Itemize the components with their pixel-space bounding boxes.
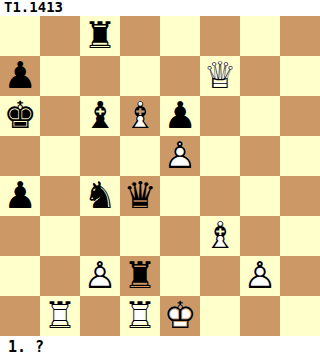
square-b8[interactable] — [40, 16, 80, 56]
piece-white-bishop: ♝♗ — [200, 216, 240, 256]
chess-board: ♜♟♛♕♚♝♝♗♟♟♙♟♞♛♝♗♟♙♜♟♙♜♖♜♖♚♔ — [0, 16, 320, 336]
square-a6[interactable]: ♚ — [0, 96, 40, 136]
square-h7[interactable] — [280, 56, 320, 96]
piece-black-pawn: ♟ — [160, 96, 200, 136]
square-a3[interactable] — [0, 216, 40, 256]
square-g3[interactable] — [240, 216, 280, 256]
square-b5[interactable] — [40, 136, 80, 176]
square-c7[interactable] — [80, 56, 120, 96]
square-d7[interactable] — [120, 56, 160, 96]
piece-white-queen: ♛♕ — [200, 56, 240, 96]
square-d5[interactable] — [120, 136, 160, 176]
square-f3[interactable]: ♝♗ — [200, 216, 240, 256]
square-e3[interactable] — [160, 216, 200, 256]
piece-white-rook: ♜♖ — [40, 296, 80, 336]
square-e1[interactable]: ♚♔ — [160, 296, 200, 336]
square-a2[interactable] — [0, 256, 40, 296]
square-g6[interactable] — [240, 96, 280, 136]
square-b3[interactable] — [40, 216, 80, 256]
puzzle-title: T1.1413 — [0, 0, 320, 16]
square-h8[interactable] — [280, 16, 320, 56]
square-b6[interactable] — [40, 96, 80, 136]
piece-black-bishop: ♝ — [80, 96, 120, 136]
square-f5[interactable] — [200, 136, 240, 176]
square-g2[interactable]: ♟♙ — [240, 256, 280, 296]
square-e5[interactable]: ♟♙ — [160, 136, 200, 176]
square-h1[interactable] — [280, 296, 320, 336]
square-d6[interactable]: ♝♗ — [120, 96, 160, 136]
square-f4[interactable] — [200, 176, 240, 216]
piece-black-rook: ♜ — [120, 256, 160, 296]
square-h3[interactable] — [280, 216, 320, 256]
square-c4[interactable]: ♞ — [80, 176, 120, 216]
square-d3[interactable] — [120, 216, 160, 256]
square-a5[interactable] — [0, 136, 40, 176]
piece-black-knight: ♞ — [80, 176, 120, 216]
piece-black-rook: ♜ — [80, 16, 120, 56]
square-a8[interactable] — [0, 16, 40, 56]
square-g7[interactable] — [240, 56, 280, 96]
piece-white-pawn: ♟♙ — [160, 136, 200, 176]
square-c3[interactable] — [80, 216, 120, 256]
piece-black-pawn: ♟ — [0, 56, 40, 96]
square-h4[interactable] — [280, 176, 320, 216]
square-h5[interactable] — [280, 136, 320, 176]
square-f8[interactable] — [200, 16, 240, 56]
square-a7[interactable]: ♟ — [0, 56, 40, 96]
square-e7[interactable] — [160, 56, 200, 96]
square-g5[interactable] — [240, 136, 280, 176]
piece-white-pawn: ♟♙ — [240, 256, 280, 296]
square-c6[interactable]: ♝ — [80, 96, 120, 136]
square-d2[interactable]: ♜ — [120, 256, 160, 296]
square-g8[interactable] — [240, 16, 280, 56]
square-e6[interactable]: ♟ — [160, 96, 200, 136]
square-h6[interactable] — [280, 96, 320, 136]
square-g1[interactable] — [240, 296, 280, 336]
piece-white-bishop: ♝♗ — [120, 96, 160, 136]
square-f6[interactable] — [200, 96, 240, 136]
square-f2[interactable] — [200, 256, 240, 296]
piece-black-king: ♚ — [0, 96, 40, 136]
square-c5[interactable] — [80, 136, 120, 176]
square-b2[interactable] — [40, 256, 80, 296]
square-c8[interactable]: ♜ — [80, 16, 120, 56]
square-f7[interactable]: ♛♕ — [200, 56, 240, 96]
square-e8[interactable] — [160, 16, 200, 56]
square-c1[interactable] — [80, 296, 120, 336]
square-f1[interactable] — [200, 296, 240, 336]
piece-white-king: ♚♔ — [160, 296, 200, 336]
piece-white-rook: ♜♖ — [120, 296, 160, 336]
square-d1[interactable]: ♜♖ — [120, 296, 160, 336]
square-e2[interactable] — [160, 256, 200, 296]
square-a4[interactable]: ♟ — [0, 176, 40, 216]
piece-black-queen: ♛ — [120, 176, 160, 216]
square-g4[interactable] — [240, 176, 280, 216]
square-d4[interactable]: ♛ — [120, 176, 160, 216]
square-b1[interactable]: ♜♖ — [40, 296, 80, 336]
piece-white-pawn: ♟♙ — [80, 256, 120, 296]
move-prompt: 1. ? — [0, 336, 320, 360]
square-d8[interactable] — [120, 16, 160, 56]
square-h2[interactable] — [280, 256, 320, 296]
square-e4[interactable] — [160, 176, 200, 216]
square-a1[interactable] — [0, 296, 40, 336]
square-b4[interactable] — [40, 176, 80, 216]
piece-black-pawn: ♟ — [0, 176, 40, 216]
square-b7[interactable] — [40, 56, 80, 96]
square-c2[interactable]: ♟♙ — [80, 256, 120, 296]
